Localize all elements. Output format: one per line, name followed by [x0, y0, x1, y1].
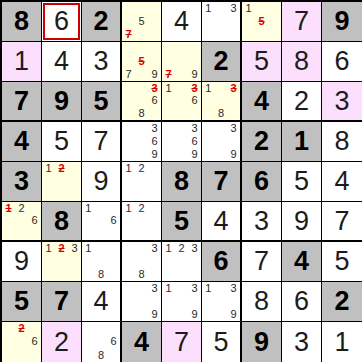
cell-r4c6[interactable]: 39 — [202, 122, 242, 162]
candidate-9: 9 — [148, 148, 161, 161]
solved-digit: 7 — [254, 248, 269, 275]
solved-digit: 7 — [93, 128, 108, 155]
cell-r1c8[interactable]: 7 — [282, 2, 322, 42]
candidate-9: 9 — [188, 148, 201, 161]
cell-r7c4[interactable]: 38 — [122, 242, 162, 282]
solved-digit: 4 — [213, 208, 228, 235]
cell-r1c5[interactable]: 4 — [162, 2, 202, 42]
pencil-marks: 26 — [2, 322, 41, 362]
given-digit: 5 — [93, 88, 108, 115]
cell-r5c7[interactable]: 6 — [242, 162, 282, 202]
candidate-1: 1 — [242, 2, 255, 15]
given-digit: 5 — [174, 208, 189, 235]
candidate-1: 1 — [122, 202, 135, 215]
candidate-3: 3 — [68, 242, 81, 255]
given-digit: 8 — [54, 208, 69, 235]
pencil-marks: 123 — [162, 242, 201, 281]
pencil-marks: 126 — [2, 202, 41, 240]
pencil-marks: 13 — [202, 2, 240, 41]
candidate-1: 1 — [162, 282, 175, 295]
candidate-1: 1 — [162, 242, 175, 255]
eliminated-candidate-2: 2 — [55, 162, 68, 175]
candidate-3: 3 — [148, 242, 161, 255]
cell-r5c9[interactable]: 4 — [322, 162, 362, 202]
candidate-8: 8 — [95, 268, 108, 281]
solved-digit: 6 — [54, 8, 69, 35]
solved-digit: 4 — [93, 288, 108, 315]
candidate-8: 8 — [135, 268, 148, 281]
cell-r1c1[interactable]: 8 — [2, 2, 42, 42]
cell-r7c7[interactable]: 7 — [242, 242, 282, 282]
solved-digit: 4 — [174, 8, 189, 35]
candidate-3: 3 — [227, 2, 240, 15]
pencil-marks: 57 — [122, 2, 161, 41]
cell-r4c9[interactable]: 8 — [322, 122, 362, 162]
cell-r4c4[interactable]: 369 — [122, 122, 162, 162]
solved-digit: 7 — [294, 8, 309, 35]
given-digit: 9 — [334, 8, 349, 35]
cell-r4c5[interactable]: 369 — [162, 122, 202, 162]
cell-r8c7[interactable]: 8 — [242, 282, 282, 322]
cell-r3c3[interactable]: 5 — [82, 82, 122, 122]
candidate-1: 1 — [42, 162, 55, 175]
cell-r2c9[interactable]: 6 — [322, 42, 362, 82]
eliminated-candidate-3: 3 — [148, 82, 161, 95]
cell-r7c1[interactable]: 9 — [2, 242, 42, 282]
candidate-8: 8 — [215, 107, 228, 120]
pencil-marks: 123 — [42, 242, 81, 281]
cell-r1c4[interactable]: 57 — [122, 2, 162, 42]
cell-r9c7[interactable]: 9 — [242, 322, 282, 362]
cell-r6c1[interactable]: 126 — [2, 202, 42, 242]
cell-r1c9[interactable]: 9 — [322, 2, 362, 42]
solved-digit: 3 — [254, 208, 269, 235]
candidate-6: 6 — [148, 95, 161, 108]
cell-r2c2[interactable]: 4 — [42, 42, 82, 82]
given-digit: 8 — [14, 8, 29, 35]
eliminated-candidate-5: 5 — [135, 55, 148, 68]
cell-r8c2[interactable]: 7 — [42, 282, 82, 322]
candidate-6: 6 — [28, 335, 41, 348]
cell-r8c9[interactable]: 2 — [322, 282, 362, 322]
cell-r5c3[interactable]: 9 — [82, 162, 122, 202]
pencil-marks: 579 — [122, 42, 161, 81]
cell-r5c8[interactable]: 5 — [282, 162, 322, 202]
cell-r7c3[interactable]: 18 — [82, 242, 122, 282]
cell-r1c3[interactable]: 2 — [82, 2, 122, 42]
given-digit: 9 — [254, 329, 269, 356]
candidate-1: 1 — [82, 242, 95, 255]
solved-digit: 4 — [54, 48, 69, 75]
pencil-marks: 15 — [242, 2, 281, 41]
candidate-3: 3 — [148, 122, 161, 135]
candidate-9: 9 — [227, 308, 240, 321]
cell-r3c9[interactable]: 3 — [322, 82, 362, 122]
given-digit: 3 — [14, 168, 29, 195]
solved-digit: 7 — [334, 208, 349, 235]
given-digit: 2 — [93, 8, 108, 35]
candidate-3: 3 — [227, 282, 240, 295]
candidate-9: 9 — [227, 148, 240, 161]
candidate-6: 6 — [148, 135, 161, 148]
cell-r2c8[interactable]: 8 — [282, 42, 322, 82]
solved-digit: 1 — [334, 329, 349, 356]
solved-digit: 2 — [294, 88, 309, 115]
candidate-1: 1 — [162, 82, 175, 95]
cell-r5c5[interactable]: 8 — [162, 162, 202, 202]
candidate-3: 3 — [188, 242, 201, 255]
solved-digit: 9 — [93, 168, 108, 195]
candidate-2: 2 — [175, 242, 188, 255]
pencil-marks: 79 — [162, 42, 201, 81]
solved-digit: 5 — [254, 48, 269, 75]
candidate-9: 9 — [188, 68, 201, 81]
eliminated-candidate-3: 3 — [188, 82, 201, 95]
cell-r2c7[interactable]: 5 — [242, 42, 282, 82]
solved-digit: 3 — [334, 88, 349, 115]
cell-r5c4[interactable]: 12 — [122, 162, 162, 202]
given-digit: 1 — [294, 128, 309, 155]
solved-digit: 5 — [54, 128, 69, 155]
cell-r9c5[interactable]: 7 — [162, 322, 202, 362]
eliminated-candidate-1: 1 — [2, 202, 15, 215]
cell-r7c6[interactable]: 6 — [202, 242, 242, 282]
given-digit: 5 — [14, 288, 29, 315]
solved-digit: 9 — [294, 208, 309, 235]
cell-r1c2[interactable]: 6 — [42, 2, 82, 42]
solved-digit: 6 — [334, 48, 349, 75]
cell-r9c4[interactable]: 4 — [122, 322, 162, 362]
cell-r2c4[interactable]: 579 — [122, 42, 162, 82]
given-digit: 7 — [54, 288, 69, 315]
pencil-marks: 368 — [122, 82, 161, 120]
given-digit: 7 — [213, 168, 228, 195]
given-digit: 4 — [14, 128, 29, 155]
candidate-6: 6 — [28, 215, 41, 228]
solved-digit: 3 — [294, 329, 309, 356]
given-digit: 7 — [14, 88, 29, 115]
eliminated-candidate-2: 2 — [15, 322, 28, 335]
pencil-marks: 18 — [82, 242, 120, 281]
cell-r3c1[interactable]: 7 — [2, 82, 42, 122]
candidate-1: 1 — [202, 282, 215, 295]
candidate-3: 3 — [188, 122, 201, 135]
cell-r4c2[interactable]: 5 — [42, 122, 82, 162]
cell-r8c1[interactable]: 5 — [2, 282, 42, 322]
candidate-2: 2 — [15, 202, 28, 215]
cell-r3c5[interactable]: 136 — [162, 82, 202, 122]
cell-r3c6[interactable]: 138 — [202, 82, 242, 122]
solved-digit: 2 — [54, 329, 69, 356]
pencil-marks: 68 — [82, 322, 120, 362]
solved-digit: 8 — [294, 48, 309, 75]
candidate-2: 2 — [135, 162, 148, 175]
sudoku-board: 8625741315791435797925867953681361384234… — [0, 0, 362, 362]
pencil-marks: 39 — [122, 282, 161, 321]
cell-r9c8[interactable]: 3 — [282, 322, 322, 362]
cell-r7c5[interactable]: 123 — [162, 242, 202, 282]
solved-digit: 8 — [254, 288, 269, 315]
pencil-marks: 39 — [202, 122, 240, 161]
cell-r6c4[interactable]: 12 — [122, 202, 162, 242]
candidate-3: 3 — [227, 122, 240, 135]
cell-r2c5[interactable]: 79 — [162, 42, 202, 82]
cell-r8c4[interactable]: 39 — [122, 282, 162, 322]
cell-r2c6[interactable]: 2 — [202, 42, 242, 82]
eliminated-candidate-7: 7 — [162, 68, 175, 81]
cell-r6c3[interactable]: 16 — [82, 202, 122, 242]
cell-r3c2[interactable]: 9 — [42, 82, 82, 122]
cell-r2c1[interactable]: 1 — [2, 42, 42, 82]
candidate-3: 3 — [148, 282, 161, 295]
solved-digit: 5 — [334, 248, 349, 275]
given-digit: 2 — [213, 48, 228, 75]
candidate-6: 6 — [107, 215, 120, 228]
given-digit: 9 — [54, 88, 69, 115]
candidate-1: 1 — [202, 2, 215, 15]
candidate-9: 9 — [188, 308, 201, 321]
cell-r9c2[interactable]: 2 — [42, 322, 82, 362]
cell-r5c1[interactable]: 3 — [2, 162, 42, 202]
solved-digit: 8 — [334, 128, 349, 155]
cell-r6c9[interactable]: 7 — [322, 202, 362, 242]
candidate-7: 7 — [122, 68, 135, 81]
eliminated-candidate-5: 5 — [255, 15, 268, 28]
pencil-marks: 12 — [42, 162, 81, 201]
given-digit: 2 — [254, 128, 269, 155]
candidate-6: 6 — [188, 135, 201, 148]
cell-r8c6[interactable]: 139 — [202, 282, 242, 322]
given-digit: 4 — [134, 329, 149, 356]
solved-digit: 3 — [93, 48, 108, 75]
candidate-9: 9 — [148, 68, 161, 81]
cell-r8c8[interactable]: 6 — [282, 282, 322, 322]
candidate-1: 1 — [202, 82, 215, 95]
solved-digit: 1 — [14, 48, 29, 75]
cell-r7c8[interactable]: 4 — [282, 242, 322, 282]
candidate-9: 9 — [148, 308, 161, 321]
cell-r3c8[interactable]: 2 — [282, 82, 322, 122]
solved-digit: 5 — [213, 329, 228, 356]
candidate-2: 2 — [135, 202, 148, 215]
eliminated-candidate-3: 3 — [227, 82, 240, 95]
cell-r4c7[interactable]: 2 — [242, 122, 282, 162]
cell-r9c1[interactable]: 26 — [2, 322, 42, 362]
candidate-1: 1 — [122, 162, 135, 175]
pencil-marks: 136 — [162, 82, 201, 120]
cell-r3c4[interactable]: 368 — [122, 82, 162, 122]
pencil-marks: 16 — [82, 202, 120, 240]
pencil-marks: 369 — [122, 122, 161, 161]
cell-r5c6[interactable]: 7 — [202, 162, 242, 202]
candidate-1: 1 — [82, 202, 95, 215]
given-digit: 6 — [254, 168, 269, 195]
candidate-6: 6 — [107, 335, 120, 348]
solved-digit: 5 — [294, 168, 309, 195]
cell-r1c6[interactable]: 13 — [202, 2, 242, 42]
cell-r4c1[interactable]: 4 — [2, 122, 42, 162]
cell-r4c3[interactable]: 7 — [82, 122, 122, 162]
cell-r5c2[interactable]: 12 — [42, 162, 82, 202]
cell-r1c7[interactable]: 15 — [242, 2, 282, 42]
cell-r6c5[interactable]: 5 — [162, 202, 202, 242]
candidate-3: 3 — [188, 282, 201, 295]
solved-digit: 6 — [294, 288, 309, 315]
cell-r3c7[interactable]: 4 — [242, 82, 282, 122]
candidate-5: 5 — [135, 15, 148, 28]
cell-r4c8[interactable]: 1 — [282, 122, 322, 162]
pencil-marks: 139 — [162, 282, 201, 321]
candidate-6: 6 — [188, 95, 201, 108]
cell-r6c7[interactable]: 3 — [242, 202, 282, 242]
solved-digit: 9 — [14, 248, 29, 275]
cell-r7c2[interactable]: 123 — [42, 242, 82, 282]
pencil-marks: 369 — [162, 122, 201, 161]
given-digit: 2 — [334, 288, 349, 315]
given-digit: 4 — [254, 88, 269, 115]
solved-digit: 4 — [334, 168, 349, 195]
cell-r2c3[interactable]: 3 — [82, 42, 122, 82]
cell-r9c6[interactable]: 5 — [202, 322, 242, 362]
eliminated-candidate-7: 7 — [122, 28, 135, 41]
cell-r7c9[interactable]: 5 — [322, 242, 362, 282]
pencil-marks: 139 — [202, 282, 240, 321]
given-digit: 8 — [174, 168, 189, 195]
cell-r6c8[interactable]: 9 — [282, 202, 322, 242]
pencil-marks: 38 — [122, 242, 161, 281]
cell-r9c9[interactable]: 1 — [322, 322, 362, 362]
given-digit: 6 — [213, 248, 228, 275]
candidate-8: 8 — [135, 107, 148, 120]
candidate-8: 8 — [95, 349, 108, 362]
given-digit: 4 — [294, 248, 309, 275]
cell-r8c5[interactable]: 139 — [162, 282, 202, 322]
eliminated-candidate-2: 2 — [55, 242, 68, 255]
cell-r9c3[interactable]: 68 — [82, 322, 122, 362]
solved-digit: 7 — [174, 329, 189, 356]
cell-r6c2[interactable]: 8 — [42, 202, 82, 242]
cell-r6c6[interactable]: 4 — [202, 202, 242, 242]
pencil-marks: 12 — [122, 202, 161, 240]
pencil-marks: 12 — [122, 162, 161, 201]
candidate-1: 1 — [42, 242, 55, 255]
cell-r8c3[interactable]: 4 — [82, 282, 122, 322]
pencil-marks: 138 — [202, 82, 240, 120]
